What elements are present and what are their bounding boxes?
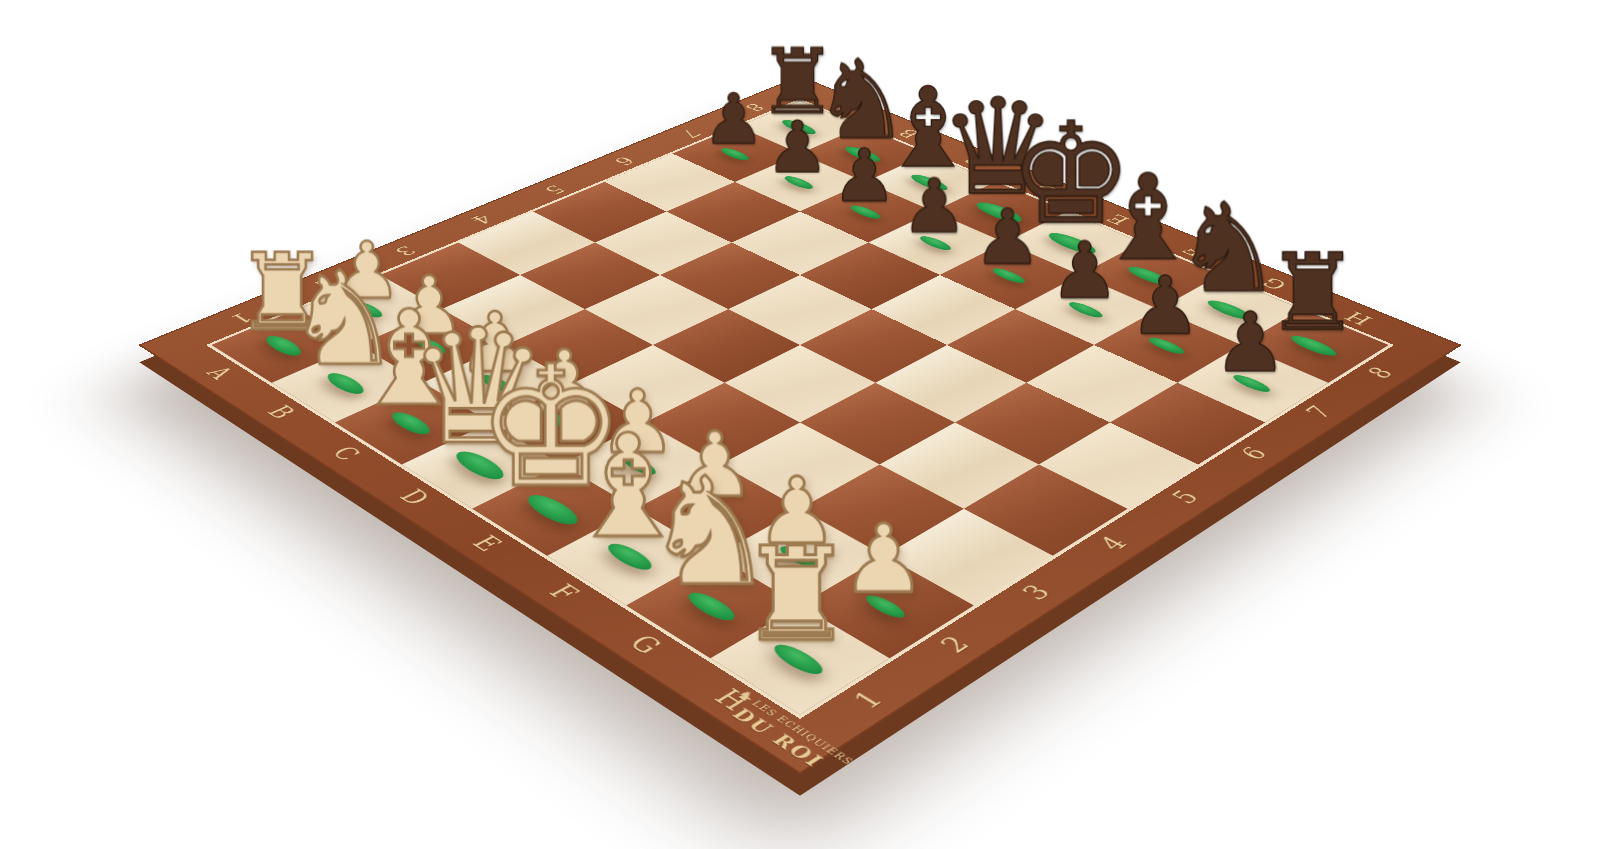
board-grid: ♜♞♝♛♚♝♞♜♟♟♟♟♟♟♟♟♟♟♟♟♟♟♟♟♜♞♝♛♚♝♞♜ <box>206 99 1394 719</box>
board-photo-scene: ♜♞♝♛♚♝♞♜♟♟♟♟♟♟♟♟♟♟♟♟♟♟♟♟♜♞♝♛♚♝♞♜ AA11BB2… <box>0 0 1600 849</box>
white-rook-h1: ♜ <box>614 531 980 660</box>
black-pawn-h7: ♟ <box>1096 302 1404 384</box>
chess-board: ♜♞♝♛♚♝♞♜♟♟♟♟♟♟♟♟♟♟♟♟♟♟♟♟♜♞♝♛♚♝♞♜ AA11BB2… <box>141 77 1459 772</box>
board-frame: ♜♞♝♛♚♝♞♜♟♟♟♟♟♟♟♟♟♟♟♟♟♟♟♟♜♞♝♛♚♝♞♜ AA11BB2… <box>141 77 1459 772</box>
